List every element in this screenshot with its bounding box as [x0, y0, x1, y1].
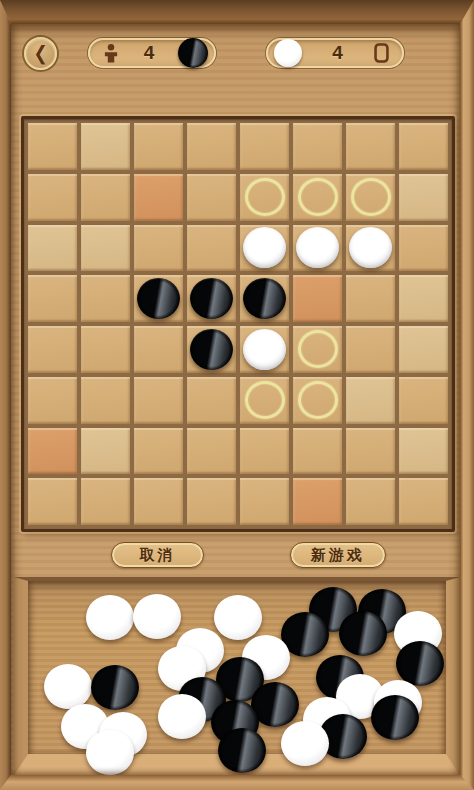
frame-right-edge [460, 0, 474, 790]
frame-bottom-edge [0, 775, 474, 790]
board-cell-f4[interactable] [293, 275, 342, 322]
black-disc [190, 278, 233, 319]
board-cell-e8[interactable] [240, 478, 289, 525]
white-disc [296, 227, 339, 268]
white-disc [349, 227, 392, 268]
white-score-value: 4 [302, 42, 373, 64]
legal-move-hint-ring [245, 381, 285, 419]
board-cell-a6[interactable] [28, 377, 77, 424]
board-cell-e4[interactable] [240, 275, 289, 322]
board-cell-b4[interactable] [81, 275, 130, 322]
board-cell-a2[interactable] [28, 174, 77, 221]
white-score-pill: 4 [266, 38, 404, 68]
board-cell-g1[interactable] [346, 123, 395, 170]
board-cell-f1[interactable] [293, 123, 342, 170]
black-score-value: 4 [120, 42, 178, 64]
frame-left-edge [0, 0, 11, 790]
board-cell-c8[interactable] [134, 478, 183, 525]
new-game-button[interactable]: 新游戏 [290, 542, 386, 568]
back-button[interactable]: ❮ [24, 37, 57, 70]
board-cell-c4[interactable] [134, 275, 183, 322]
board-cell-h7[interactable] [399, 428, 448, 475]
black-disc [243, 278, 286, 319]
board-cell-g6[interactable] [346, 377, 395, 424]
board-cell-a5[interactable] [28, 326, 77, 373]
board-cell-h5[interactable] [399, 326, 448, 373]
black-disc [190, 329, 233, 370]
board-cell-e7[interactable] [240, 428, 289, 475]
board-cell-b1[interactable] [81, 123, 130, 170]
board-grid [28, 123, 448, 525]
board-cell-b3[interactable] [81, 225, 130, 272]
white-disc [243, 227, 286, 268]
board-cell-g4[interactable] [346, 275, 395, 322]
board-cell-g7[interactable] [346, 428, 395, 475]
back-chevron-icon: ❮ [33, 44, 47, 64]
board-cell-h8[interactable] [399, 478, 448, 525]
board-cell-c6[interactable] [134, 377, 183, 424]
board-cell-d5[interactable] [187, 326, 236, 373]
board-cell-d2[interactable] [187, 174, 236, 221]
legal-move-hint-ring [298, 381, 338, 419]
white-disc [243, 329, 286, 370]
board-cell-a8[interactable] [28, 478, 77, 525]
board-cell-d1[interactable] [187, 123, 236, 170]
cancel-button[interactable]: 取消 [111, 542, 204, 568]
board-cell-b8[interactable] [81, 478, 130, 525]
board-cell-b7[interactable] [81, 428, 130, 475]
board-cell-f8[interactable] [293, 478, 342, 525]
legal-move-hint-ring [298, 178, 338, 216]
board-cell-b6[interactable] [81, 377, 130, 424]
board-cell-b2[interactable] [81, 174, 130, 221]
board-cell-h6[interactable] [399, 377, 448, 424]
legal-move-hint-ring [298, 330, 338, 368]
board-cell-b5[interactable] [81, 326, 130, 373]
board-cell-c1[interactable] [134, 123, 183, 170]
othello-board [21, 116, 455, 532]
board-cell-g8[interactable] [346, 478, 395, 525]
white-disc-indicator [274, 39, 302, 67]
board-cell-d3[interactable] [187, 225, 236, 272]
board-cell-d4[interactable] [187, 275, 236, 322]
person-icon [102, 43, 120, 63]
board-cell-a3[interactable] [28, 225, 77, 272]
board-cell-a4[interactable] [28, 275, 77, 322]
board-cell-c3[interactable] [134, 225, 183, 272]
board-cell-e3[interactable] [240, 225, 289, 272]
board-cell-f7[interactable] [293, 428, 342, 475]
board-cell-g3[interactable] [346, 225, 395, 272]
othello-app-window: ❮ 4 4 取消 新游戏 [0, 0, 474, 790]
board-cell-c7[interactable] [134, 428, 183, 475]
black-score-pill: 4 [88, 38, 216, 68]
black-disc [137, 278, 180, 319]
board-cell-g2[interactable] [346, 174, 395, 221]
legal-move-hint-ring [351, 178, 391, 216]
board-cell-c5[interactable] [134, 326, 183, 373]
board-cell-e2[interactable] [240, 174, 289, 221]
board-cell-d7[interactable] [187, 428, 236, 475]
black-disc-indicator [178, 38, 208, 68]
board-cell-d6[interactable] [187, 377, 236, 424]
board-cell-a1[interactable] [28, 123, 77, 170]
board-cell-f5[interactable] [293, 326, 342, 373]
frame-top-edge [0, 0, 474, 24]
board-cell-f6[interactable] [293, 377, 342, 424]
board-cell-g5[interactable] [346, 326, 395, 373]
board-cell-a7[interactable] [28, 428, 77, 475]
board-cell-c2[interactable] [134, 174, 183, 221]
legal-move-hint-ring [245, 178, 285, 216]
board-cell-f2[interactable] [293, 174, 342, 221]
board-cell-d8[interactable] [187, 478, 236, 525]
board-cell-e5[interactable] [240, 326, 289, 373]
board-cell-e1[interactable] [240, 123, 289, 170]
board-cell-h3[interactable] [399, 225, 448, 272]
piece-tray [14, 577, 460, 775]
board-cell-h4[interactable] [399, 275, 448, 322]
board-cell-h2[interactable] [399, 174, 448, 221]
board-cell-h1[interactable] [399, 123, 448, 170]
board-cell-f3[interactable] [293, 225, 342, 272]
device-icon [373, 42, 390, 64]
board-cell-e6[interactable] [240, 377, 289, 424]
